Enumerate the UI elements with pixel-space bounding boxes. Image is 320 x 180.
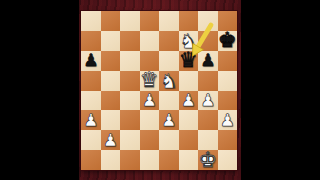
square-h7[interactable]: ♚ <box>218 31 238 51</box>
square-d8[interactable] <box>140 11 160 31</box>
square-f2[interactable] <box>179 130 199 150</box>
square-g1[interactable]: ♚ <box>198 150 218 170</box>
square-e7[interactable] <box>159 31 179 51</box>
square-a2[interactable] <box>81 130 101 150</box>
square-b4[interactable] <box>101 91 121 111</box>
square-b6[interactable] <box>101 51 121 71</box>
square-f8[interactable] <box>179 11 199 31</box>
square-h2[interactable] <box>218 130 238 150</box>
white-pawn-g4[interactable]: ♟ <box>200 92 215 109</box>
square-c6[interactable] <box>120 51 140 71</box>
square-g8[interactable] <box>198 11 218 31</box>
square-c3[interactable] <box>120 110 140 130</box>
video-frame: ♞♚♟♛♟♛♞♟♟♟♟♟♟♟♚ <box>0 0 320 180</box>
square-f4[interactable]: ♟ <box>179 91 199 111</box>
white-pawn-b2[interactable]: ♟ <box>103 132 118 149</box>
square-g5[interactable] <box>198 71 218 91</box>
square-b2[interactable]: ♟ <box>101 130 121 150</box>
white-queen-d5[interactable]: ♛ <box>140 70 159 91</box>
square-e6[interactable] <box>159 51 179 71</box>
left-letterbox-bar <box>0 0 79 180</box>
white-pawn-e3[interactable]: ♟ <box>161 112 176 129</box>
square-d3[interactable] <box>140 110 160 130</box>
square-a3[interactable]: ♟ <box>81 110 101 130</box>
square-e8[interactable] <box>159 11 179 31</box>
black-king-h7[interactable]: ♚ <box>218 30 237 51</box>
square-d7[interactable] <box>140 31 160 51</box>
white-knight-e5[interactable]: ♞ <box>160 71 178 91</box>
square-a4[interactable] <box>81 91 101 111</box>
square-a1[interactable] <box>81 150 101 170</box>
square-e3[interactable]: ♟ <box>159 110 179 130</box>
square-a8[interactable] <box>81 11 101 31</box>
square-e2[interactable] <box>159 130 179 150</box>
square-h6[interactable] <box>218 51 238 71</box>
chess-board[interactable]: ♞♚♟♛♟♛♞♟♟♟♟♟♟♟♚ <box>81 11 237 170</box>
square-h4[interactable] <box>218 91 238 111</box>
square-b5[interactable] <box>101 71 121 91</box>
square-f3[interactable] <box>179 110 199 130</box>
white-king-g1[interactable]: ♚ <box>198 150 217 171</box>
square-h1[interactable] <box>218 150 238 170</box>
square-g7[interactable] <box>198 31 218 51</box>
square-d4[interactable]: ♟ <box>140 91 160 111</box>
square-c2[interactable] <box>120 130 140 150</box>
square-b3[interactable] <box>101 110 121 130</box>
square-b8[interactable] <box>101 11 121 31</box>
square-h3[interactable]: ♟ <box>218 110 238 130</box>
square-d5[interactable]: ♛ <box>140 71 160 91</box>
square-f1[interactable] <box>179 150 199 170</box>
square-h5[interactable] <box>218 71 238 91</box>
square-c8[interactable] <box>120 11 140 31</box>
square-a5[interactable] <box>81 71 101 91</box>
white-pawn-a3[interactable]: ♟ <box>83 112 98 129</box>
white-pawn-f4[interactable]: ♟ <box>181 92 196 109</box>
black-queen-f6[interactable]: ♛ <box>179 50 198 71</box>
square-d1[interactable] <box>140 150 160 170</box>
square-e1[interactable] <box>159 150 179 170</box>
black-pawn-g6[interactable]: ♟ <box>200 52 215 69</box>
square-f5[interactable] <box>179 71 199 91</box>
square-g3[interactable] <box>198 110 218 130</box>
white-pawn-d4[interactable]: ♟ <box>142 92 157 109</box>
square-g4[interactable]: ♟ <box>198 91 218 111</box>
square-c7[interactable] <box>120 31 140 51</box>
square-g6[interactable]: ♟ <box>198 51 218 71</box>
square-c4[interactable] <box>120 91 140 111</box>
square-c1[interactable] <box>120 150 140 170</box>
square-d2[interactable] <box>140 130 160 150</box>
black-pawn-a6[interactable]: ♟ <box>83 52 98 69</box>
square-b1[interactable] <box>101 150 121 170</box>
square-a6[interactable]: ♟ <box>81 51 101 71</box>
square-e5[interactable]: ♞ <box>159 71 179 91</box>
square-b7[interactable] <box>101 31 121 51</box>
right-letterbox-bar <box>241 0 320 180</box>
square-c5[interactable] <box>120 71 140 91</box>
white-pawn-h3[interactable]: ♟ <box>220 112 235 129</box>
square-e4[interactable] <box>159 91 179 111</box>
square-a7[interactable] <box>81 31 101 51</box>
square-f6[interactable]: ♛ <box>179 51 199 71</box>
